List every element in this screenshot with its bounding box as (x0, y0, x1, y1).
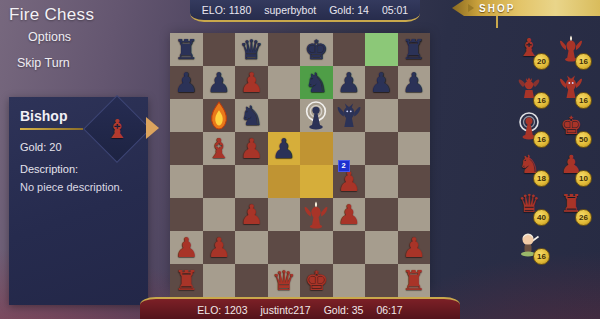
square-a5[interactable] (170, 132, 203, 165)
opponent-status-bar: ELO: 1180 superbybot Gold: 14 05:01 (190, 0, 420, 22)
player-name: justintc217 (261, 304, 311, 316)
square-d8[interactable] (268, 33, 301, 66)
red-pawn: ♟ (235, 132, 268, 165)
square-g2[interactable] (365, 231, 398, 264)
shop-item-knight[interactable]: ♞18 (512, 150, 546, 184)
square-e2[interactable] (300, 231, 333, 264)
red-rook: ♜ (170, 264, 203, 297)
blue-orb-piece-icon (303, 101, 329, 130)
shop-button-label: SHOP (479, 3, 515, 14)
square-a7[interactable]: ♟ (170, 66, 203, 99)
square-e3[interactable] (300, 198, 333, 231)
square-g7[interactable]: ♟ (365, 66, 398, 99)
square-b4[interactable] (203, 165, 236, 198)
square-h6[interactable] (398, 99, 431, 132)
opponent-timer: 05:01 (382, 4, 408, 16)
selected-piece-name: Bishop (20, 108, 67, 124)
app-title: Fire Chess (9, 5, 94, 25)
fire-flame-icon (206, 101, 232, 130)
blue-demon-piece-icon (336, 101, 362, 130)
player-elo: ELO: 1203 (197, 304, 247, 316)
blue-pawn: ♟ (333, 66, 366, 99)
piece-counter-badge: 2 (338, 160, 350, 172)
square-e4[interactable] (300, 165, 333, 198)
red-bishop: ♝ (203, 132, 236, 165)
blue-rook: ♜ (170, 33, 203, 66)
gold-cost-badge: 16 (533, 248, 550, 265)
square-c1[interactable] (235, 264, 268, 297)
square-a2[interactable]: ♟ (170, 231, 203, 264)
shop-item-phoenix[interactable]: 16 (554, 33, 588, 67)
square-f8[interactable] (333, 33, 366, 66)
square-g3[interactable] (365, 198, 398, 231)
shop-item-summoner[interactable]: 16 (512, 228, 546, 262)
fire-chess-app: Fire Chess Options Skip Turn ELO: 1180 s… (0, 0, 600, 319)
description-text: No piece description. (20, 181, 123, 193)
gold-cost-badge: 16 (575, 92, 592, 109)
square-e7[interactable]: ♞ (300, 66, 333, 99)
square-f6[interactable] (333, 99, 366, 132)
square-e8[interactable]: ♚ (300, 33, 333, 66)
square-h3[interactable] (398, 198, 431, 231)
square-f1[interactable] (333, 264, 366, 297)
blue-pawn: ♟ (170, 66, 203, 99)
square-f3[interactable]: ♟ (333, 198, 366, 231)
blue-pawn: ♟ (365, 66, 398, 99)
red-phoenix-piece-icon (303, 200, 329, 229)
square-a1[interactable]: ♜ (170, 264, 203, 297)
red-king: ♚ (300, 264, 333, 297)
square-d3[interactable] (268, 198, 301, 231)
square-b6[interactable] (203, 99, 236, 132)
menu-skip-turn-button[interactable]: Skip Turn (17, 56, 70, 70)
square-d7[interactable] (268, 66, 301, 99)
square-d2[interactable] (268, 231, 301, 264)
description-label: Description: (20, 163, 78, 175)
gold-divider (20, 128, 83, 130)
opponent-gold: Gold: 14 (329, 4, 369, 16)
red-rook: ♜ (398, 264, 431, 297)
square-h1[interactable]: ♜ (398, 264, 431, 297)
shop-items-list: ♝20 16 16 16 16♚50♞18♟10♛40♜26 16 (508, 33, 592, 267)
square-h7[interactable]: ♟ (398, 66, 431, 99)
gold-cost-badge: 16 (575, 53, 592, 70)
blue-pawn: ♟ (203, 66, 236, 99)
square-d4[interactable] (268, 165, 301, 198)
red-pawn: ♟ (203, 231, 236, 264)
square-d6[interactable] (268, 99, 301, 132)
blue-queen: ♛ (235, 33, 268, 66)
shop-item-queen[interactable]: ♛40 (512, 189, 546, 223)
square-g1[interactable] (365, 264, 398, 297)
blue-knight: ♞ (235, 99, 268, 132)
blue-pawn: ♟ (398, 66, 431, 99)
square-a4[interactable] (170, 165, 203, 198)
red-pawn: ♟ (170, 231, 203, 264)
gold-cost-badge: 18 (533, 170, 550, 187)
square-a8[interactable]: ♜ (170, 33, 203, 66)
red-pawn: ♟ (333, 198, 366, 231)
shop-item-demon[interactable]: 16 (554, 72, 588, 106)
square-e1[interactable]: ♚ (300, 264, 333, 297)
square-b7[interactable]: ♟ (203, 66, 236, 99)
square-a3[interactable] (170, 198, 203, 231)
board: ♜♛♚♜♟♟♟♞♟♟♟ ♞ ♝♟♟♟2♟ ♟♟♟♟♜♛♚♜ (170, 33, 430, 291)
shop-item-orb[interactable]: 16 (512, 111, 546, 145)
square-d1[interactable]: ♛ (268, 264, 301, 297)
square-b2[interactable]: ♟ (203, 231, 236, 264)
square-b1[interactable] (203, 264, 236, 297)
square-e6[interactable] (300, 99, 333, 132)
square-g5[interactable] (365, 132, 398, 165)
square-h4[interactable] (398, 165, 431, 198)
square-b8[interactable] (203, 33, 236, 66)
shop-banner-tick (496, 16, 498, 28)
square-c5[interactable]: ♟ (235, 132, 268, 165)
gold-cost-badge: 50 (575, 131, 592, 148)
gold-cost-badge: 16 (533, 131, 550, 148)
selected-piece-panel: Bishop Gold: 20 Description: No piece de… (9, 97, 148, 305)
square-c7[interactable]: ♟ (235, 66, 268, 99)
player-gold: Gold: 35 (324, 304, 364, 316)
selected-piece-portrait: ♝ (83, 95, 151, 163)
square-e5[interactable] (300, 132, 333, 165)
red-bishop-icon: ♝ (94, 106, 140, 152)
opponent-elo: ELO: 1180 (202, 4, 251, 16)
square-f2[interactable] (333, 231, 366, 264)
selected-piece-gold: Gold: 20 (20, 141, 62, 153)
gold-cost-badge: 10 (575, 170, 592, 187)
shop-item-rook[interactable]: ♜26 (554, 189, 588, 223)
gold-cost-badge: 20 (533, 53, 550, 70)
red-pawn: ♟ (235, 66, 268, 99)
square-c8[interactable]: ♛ (235, 33, 268, 66)
gold-cost-badge: 40 (533, 209, 550, 226)
square-a6[interactable] (170, 99, 203, 132)
square-h5[interactable] (398, 132, 431, 165)
opponent-name: superbybot (264, 4, 316, 16)
shop-item-pawn[interactable]: ♟10 (554, 150, 588, 184)
gold-cost-badge: 26 (575, 209, 592, 226)
red-queen: ♛ (268, 264, 301, 297)
square-b3[interactable] (203, 198, 236, 231)
square-c3[interactable]: ♟ (235, 198, 268, 231)
panel-expand-arrow-icon[interactable] (146, 117, 159, 139)
shop-item-king[interactable]: ♚50 (554, 111, 588, 145)
menu-options-button[interactable]: Options (28, 30, 71, 44)
square-b5[interactable]: ♝ (203, 132, 236, 165)
red-pawn: ♟ (235, 198, 268, 231)
square-c2[interactable] (235, 231, 268, 264)
square-g8[interactable] (365, 33, 398, 66)
square-f4[interactable]: ♟2 (333, 165, 366, 198)
player-timer: 06:17 (376, 304, 402, 316)
blue-rook: ♜ (398, 33, 431, 66)
square-c6[interactable]: ♞ (235, 99, 268, 132)
square-d5[interactable]: ♟ (268, 132, 301, 165)
blue-pawn: ♟ (268, 132, 301, 165)
square-c4[interactable] (235, 165, 268, 198)
shop-item-angel[interactable]: 16 (512, 72, 546, 106)
blue-knight: ♞ (300, 66, 333, 99)
shop-item-bishop[interactable]: ♝20 (512, 33, 546, 67)
square-g4[interactable] (365, 165, 398, 198)
square-h2[interactable]: ♟ (398, 231, 431, 264)
shop-chevron-icon (468, 4, 474, 12)
square-f7[interactable]: ♟ (333, 66, 366, 99)
player-status-bar: ELO: 1203 justintc217 Gold: 35 06:17 (140, 297, 460, 319)
shop-button[interactable]: SHOP (452, 0, 600, 16)
gold-cost-badge: 16 (533, 92, 550, 109)
blue-king: ♚ (300, 33, 333, 66)
red-pawn: ♟ (398, 231, 431, 264)
square-g6[interactable] (365, 99, 398, 132)
square-h8[interactable]: ♜ (398, 33, 431, 66)
